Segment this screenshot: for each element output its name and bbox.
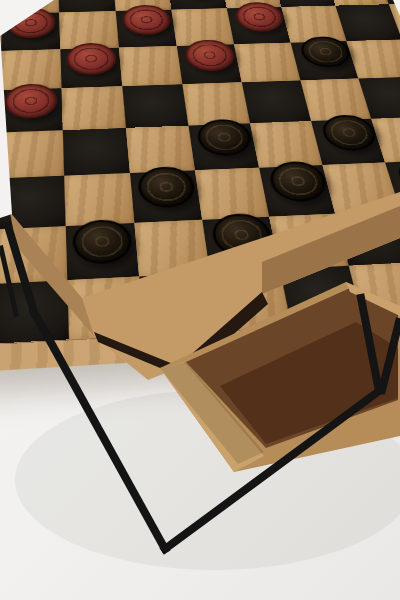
background-corner-top-right [393,0,400,16]
product-photo-stage [0,0,400,600]
table-scenery [0,0,400,600]
background-corner-top-left [0,0,54,36]
background-left-strip [0,32,12,218]
